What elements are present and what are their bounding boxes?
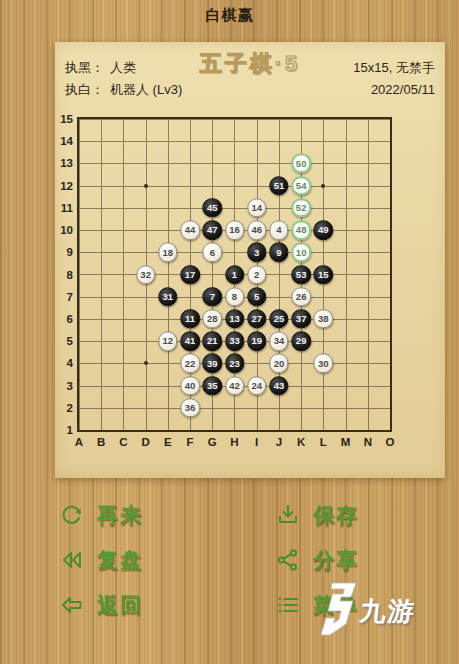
black-stone-7: 7: [203, 287, 223, 307]
white-stone-38: 38: [314, 309, 334, 329]
row-label: 2: [67, 402, 73, 414]
restart-button[interactable]: 再来: [60, 501, 143, 529]
grid-cell: [368, 274, 390, 296]
star-point: [144, 361, 148, 365]
back-arrow-icon: [60, 593, 84, 617]
grid-cell: [368, 230, 390, 252]
gomoku-board[interactable]: 151413121110987654321ABCDEFGHIJKLMNO 123…: [79, 119, 390, 430]
grid-cell: [123, 408, 145, 430]
white-stone-10: 10: [291, 243, 311, 263]
grid-cell: [323, 163, 345, 185]
black-stone-43: 43: [269, 376, 289, 396]
row-label: 8: [67, 269, 73, 281]
black-stone-3: 3: [247, 243, 267, 263]
white-stone-4: 4: [269, 220, 289, 240]
col-label: O: [386, 436, 395, 448]
white-stone-6: 6: [203, 243, 223, 263]
grid-cell: [123, 119, 145, 141]
grid-cell: [168, 141, 190, 163]
grid-cell: [101, 208, 123, 230]
row-label: 13: [60, 157, 73, 169]
save-label: 保存: [313, 501, 359, 529]
grid-cell: [123, 230, 145, 252]
grid-cell: [323, 408, 345, 430]
grid-cell: [79, 319, 101, 341]
black-stone-23: 23: [225, 354, 245, 374]
grid-cell: [123, 297, 145, 319]
row-label: 3: [67, 380, 73, 392]
grid-cell: [79, 408, 101, 430]
row-label: 15: [60, 113, 73, 125]
grid-cell: [323, 141, 345, 163]
grid-cell: [368, 341, 390, 363]
date-text: 2022/05/11: [353, 79, 435, 101]
grid-cell: [323, 119, 345, 141]
col-label: D: [141, 436, 149, 448]
black-stone-51: 51: [269, 176, 289, 196]
grid-cell: [146, 208, 168, 230]
grid-cell: [234, 163, 256, 185]
grid-cell: [346, 297, 368, 319]
menu-icon: [276, 593, 300, 617]
black-player-value: 人类: [110, 57, 136, 79]
grid-cell: [190, 141, 212, 163]
grid-cell: [101, 186, 123, 208]
grid-cell: [79, 297, 101, 319]
grid-cell: [79, 363, 101, 385]
grid-cell: [123, 141, 145, 163]
grid-cell: [301, 386, 323, 408]
grid-cell: [146, 119, 168, 141]
grid-cell: [123, 363, 145, 385]
black-stone-49: 49: [314, 220, 334, 240]
rules-text: 15x15, 无禁手: [353, 57, 435, 79]
black-stone-17: 17: [180, 265, 200, 285]
grid-cell: [79, 230, 101, 252]
white-player-line: 执白：机器人 (Lv3): [65, 79, 182, 101]
jiuyou-logo-text: 九游: [358, 594, 418, 629]
grid-cell: [79, 252, 101, 274]
white-stone-20: 20: [269, 354, 289, 374]
grid-cell: [101, 119, 123, 141]
white-stone-16: 16: [225, 220, 245, 240]
col-label: G: [208, 436, 217, 448]
grid-cell: [368, 141, 390, 163]
jiuyou-logo: 九游: [318, 582, 416, 636]
grid-cell: [323, 386, 345, 408]
white-stone-54: 54: [291, 176, 311, 196]
grid-cell: [346, 274, 368, 296]
grid-cell: [212, 163, 234, 185]
black-stone-1: 1: [225, 265, 245, 285]
save-button[interactable]: 保存: [276, 501, 359, 529]
back-label: 返回: [97, 591, 143, 619]
grid-cell: [346, 363, 368, 385]
white-player-value: 机器人 (Lv3): [110, 79, 182, 101]
grid-cell: [146, 386, 168, 408]
grid-cell: [346, 119, 368, 141]
grid-cell: [190, 119, 212, 141]
replay-rewind-icon: [60, 548, 84, 572]
white-stone-44: 44: [180, 220, 200, 240]
grid-cell: [279, 119, 301, 141]
page-title: 白棋赢: [0, 6, 459, 25]
grid-cell: [146, 408, 168, 430]
grid-cell: [368, 319, 390, 341]
col-label: J: [276, 436, 282, 448]
grid-cell: [346, 141, 368, 163]
black-stone-53: 53: [291, 265, 311, 285]
grid-cell: [234, 408, 256, 430]
grid-cell: [79, 208, 101, 230]
grid-cell: [190, 163, 212, 185]
grid-cell: [323, 186, 345, 208]
grid-cell: [346, 341, 368, 363]
grid-cell: [123, 319, 145, 341]
white-stone-26: 26: [291, 287, 311, 307]
row-label: 1: [67, 424, 73, 436]
grid-cell: [79, 274, 101, 296]
grid-cell: [257, 141, 279, 163]
grid-cell: [123, 208, 145, 230]
col-label: B: [97, 436, 105, 448]
black-stone-35: 35: [203, 376, 223, 396]
black-stone-5: 5: [247, 287, 267, 307]
restart-icon: [60, 503, 84, 527]
app-watermark: 五子棋·5: [200, 49, 301, 79]
black-player-line: 执黑：人类: [65, 57, 182, 79]
white-stone-36: 36: [180, 398, 200, 418]
row-label: 7: [67, 291, 73, 303]
col-label: C: [119, 436, 127, 448]
grid-cell: [368, 119, 390, 141]
jiuyou-logo-glyph: [318, 582, 358, 636]
restart-label: 再来: [97, 501, 143, 529]
row-label: 4: [67, 357, 73, 369]
grid-cell: [368, 163, 390, 185]
grid-cell: [368, 297, 390, 319]
grid-cell: [346, 408, 368, 430]
grid-cell: [101, 230, 123, 252]
grid-cell: [301, 408, 323, 430]
share-label: 分享: [313, 546, 359, 574]
black-stone-15: 15: [314, 265, 334, 285]
grid-cell: [234, 119, 256, 141]
grid-cell: [79, 141, 101, 163]
col-label: E: [164, 436, 172, 448]
col-label: A: [75, 436, 83, 448]
share-button[interactable]: 分享: [276, 546, 359, 574]
row-label: 5: [67, 335, 73, 347]
white-stone-14: 14: [247, 198, 267, 218]
grid-cell: [146, 363, 168, 385]
col-label: K: [297, 436, 305, 448]
black-stone-27: 27: [247, 309, 267, 329]
grid-cell: [101, 274, 123, 296]
grid-cell: [368, 252, 390, 274]
black-stone-45: 45: [203, 198, 223, 218]
white-stone-8: 8: [225, 287, 245, 307]
white-stone-12: 12: [158, 331, 178, 351]
col-label: L: [320, 436, 327, 448]
white-stone-18: 18: [158, 243, 178, 263]
black-stone-9: 9: [269, 243, 289, 263]
grid-cell: [168, 186, 190, 208]
white-stone-2: 2: [247, 265, 267, 285]
save-icon: [276, 503, 300, 527]
black-stone-47: 47: [203, 220, 223, 240]
grid-cell: [368, 208, 390, 230]
grid-cell: [146, 186, 168, 208]
grid-cell: [101, 319, 123, 341]
row-label: 10: [60, 224, 73, 236]
white-stone-30: 30: [314, 354, 334, 374]
grid-cell: [79, 341, 101, 363]
grid-cell: [168, 163, 190, 185]
grid-cell: [368, 186, 390, 208]
grid-cell: [212, 141, 234, 163]
grid-cell: [79, 186, 101, 208]
white-stone-50: 50: [291, 154, 311, 174]
grid-cell: [212, 408, 234, 430]
grid-cell: [257, 119, 279, 141]
grid-cell: [279, 408, 301, 430]
black-stone-21: 21: [203, 331, 223, 351]
grid-cell: [368, 408, 390, 430]
black-stone-37: 37: [291, 309, 311, 329]
black-stone-11: 11: [180, 309, 200, 329]
row-label: 12: [60, 180, 73, 192]
col-label: H: [230, 436, 238, 448]
grid-cell: [79, 163, 101, 185]
grid-cell: [346, 230, 368, 252]
grid-cell: [212, 119, 234, 141]
white-stone-34: 34: [269, 331, 289, 351]
row-label: 11: [61, 202, 73, 214]
grid-cell: [123, 163, 145, 185]
black-stone-39: 39: [203, 354, 223, 374]
col-label: I: [255, 436, 258, 448]
col-label: F: [187, 436, 194, 448]
grid-cell: [346, 208, 368, 230]
white-player-label: 执白：: [65, 79, 104, 101]
share-icon: [276, 548, 300, 572]
grid-cell: [146, 141, 168, 163]
star-point: [144, 184, 148, 188]
grid-cell: [123, 386, 145, 408]
replay-button[interactable]: 复盘: [60, 546, 143, 574]
grid-cell: [79, 119, 101, 141]
row-label: 9: [67, 246, 73, 258]
grid-cell: [101, 363, 123, 385]
grid-cell: [146, 163, 168, 185]
black-stone-31: 31: [158, 287, 178, 307]
black-stone-19: 19: [247, 331, 267, 351]
grid-cell: [101, 163, 123, 185]
white-stone-24: 24: [247, 376, 267, 396]
white-stone-42: 42: [225, 376, 245, 396]
row-label: 6: [67, 313, 73, 325]
players-info: 执黑：人类 执白：机器人 (Lv3): [65, 57, 182, 101]
white-stone-40: 40: [180, 376, 200, 396]
black-player-label: 执黑：: [65, 57, 104, 79]
replay-label: 复盘: [97, 546, 143, 574]
game-info: 15x15, 无禁手 2022/05/11: [353, 57, 435, 101]
grid-cell: [101, 297, 123, 319]
grid-cell: [123, 341, 145, 363]
white-stone-46: 46: [247, 220, 267, 240]
white-stone-28: 28: [203, 309, 223, 329]
grid-cell: [123, 186, 145, 208]
grid-cell: [79, 386, 101, 408]
game-paper: 五子棋·5 执黑：人类 执白：机器人 (Lv3) 15x15, 无禁手 2022…: [55, 42, 445, 478]
grid-cell: [168, 119, 190, 141]
grid-cell: [368, 386, 390, 408]
grid-cell: [234, 141, 256, 163]
grid-cell: [301, 119, 323, 141]
col-label: N: [364, 436, 372, 448]
back-button[interactable]: 返回: [60, 591, 143, 619]
grid-cell: [101, 386, 123, 408]
grid-cell: [346, 252, 368, 274]
grid-cell: [101, 141, 123, 163]
white-stone-48: 48: [291, 220, 311, 240]
grid-cell: [368, 363, 390, 385]
grid-cell: [346, 163, 368, 185]
white-stone-32: 32: [136, 265, 156, 285]
row-label: 14: [60, 135, 73, 147]
black-stone-13: 13: [225, 309, 245, 329]
star-point: [321, 184, 325, 188]
grid-cell: [101, 408, 123, 430]
black-stone-25: 25: [269, 309, 289, 329]
white-stone-22: 22: [180, 354, 200, 374]
black-stone-33: 33: [225, 331, 245, 351]
black-stone-41: 41: [180, 331, 200, 351]
grid-cell: [346, 386, 368, 408]
grid-cell: [346, 186, 368, 208]
grid-cell: [346, 319, 368, 341]
col-label: M: [341, 436, 351, 448]
black-stone-29: 29: [291, 331, 311, 351]
grid-cell: [257, 408, 279, 430]
white-stone-52: 52: [291, 198, 311, 218]
grid-cell: [101, 252, 123, 274]
grid-cell: [101, 341, 123, 363]
